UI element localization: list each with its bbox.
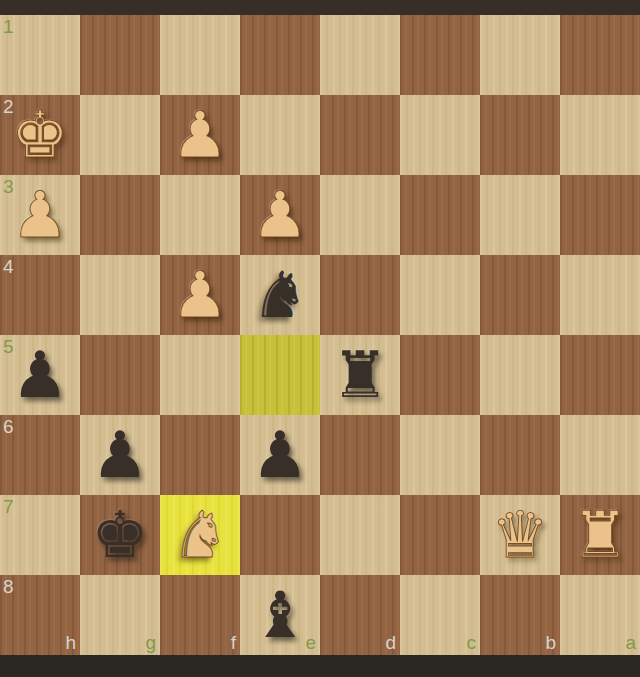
square-a4[interactable] <box>560 255 640 335</box>
square-c3[interactable] <box>400 175 480 255</box>
square-b6[interactable] <box>480 415 560 495</box>
square-c7[interactable] <box>400 495 480 575</box>
square-e3[interactable]: ♟ <box>240 175 320 255</box>
square-e7[interactable] <box>240 495 320 575</box>
square-e5[interactable] <box>240 335 320 415</box>
square-c6[interactable] <box>400 415 480 495</box>
square-a7[interactable]: ♜ <box>560 495 640 575</box>
square-h3[interactable]: 3♟ <box>0 175 80 255</box>
black-pawn-h5[interactable]: ♟ <box>0 335 80 415</box>
square-f2[interactable]: ♟ <box>160 95 240 175</box>
white-king-h2[interactable]: ♚ <box>0 95 80 175</box>
black-king-g7[interactable]: ♚ <box>80 495 160 575</box>
white-knight-f7[interactable]: ♞ <box>160 495 240 575</box>
square-b1[interactable] <box>480 15 560 95</box>
white-pawn-f2[interactable]: ♟ <box>160 95 240 175</box>
square-b2[interactable] <box>480 95 560 175</box>
square-h5[interactable]: 5♟ <box>0 335 80 415</box>
rank-label-7: 7 <box>3 497 14 516</box>
black-pawn-e6[interactable]: ♟ <box>240 415 320 495</box>
square-a1[interactable] <box>560 15 640 95</box>
square-c1[interactable] <box>400 15 480 95</box>
file-label-g: g <box>145 633 156 652</box>
square-b5[interactable] <box>480 335 560 415</box>
square-d3[interactable] <box>320 175 400 255</box>
square-g2[interactable] <box>80 95 160 175</box>
file-label-d: d <box>385 633 396 652</box>
square-g3[interactable] <box>80 175 160 255</box>
square-g8[interactable]: g <box>80 575 160 655</box>
square-f8[interactable]: f <box>160 575 240 655</box>
square-f7[interactable]: ♞ <box>160 495 240 575</box>
white-queen-b7[interactable]: ♛ <box>480 495 560 575</box>
file-label-a: a <box>625 633 636 652</box>
square-a6[interactable] <box>560 415 640 495</box>
file-label-b: b <box>545 633 556 652</box>
square-g6[interactable]: ♟ <box>80 415 160 495</box>
file-label-f: f <box>231 633 236 652</box>
file-label-c: c <box>467 633 477 652</box>
square-c8[interactable]: c <box>400 575 480 655</box>
square-f1[interactable] <box>160 15 240 95</box>
square-h2[interactable]: 2♚ <box>0 95 80 175</box>
square-g4[interactable] <box>80 255 160 335</box>
square-f5[interactable] <box>160 335 240 415</box>
square-e1[interactable] <box>240 15 320 95</box>
square-b4[interactable] <box>480 255 560 335</box>
chess-board[interactable]: 12♚♟3♟♟4♟♞5♟♜6♟♟7♚♞♛♜8hgfe♝dcba <box>0 15 640 655</box>
square-e8[interactable]: e♝ <box>240 575 320 655</box>
black-knight-e4[interactable]: ♞ <box>240 255 320 335</box>
square-d8[interactable]: d <box>320 575 400 655</box>
square-d2[interactable] <box>320 95 400 175</box>
square-c2[interactable] <box>400 95 480 175</box>
square-a2[interactable] <box>560 95 640 175</box>
file-label-h: h <box>65 633 76 652</box>
rank-label-8: 8 <box>3 577 14 596</box>
square-f3[interactable] <box>160 175 240 255</box>
square-a3[interactable] <box>560 175 640 255</box>
rank-label-4: 4 <box>3 257 14 276</box>
square-c5[interactable] <box>400 335 480 415</box>
white-pawn-e3[interactable]: ♟ <box>240 175 320 255</box>
status-bar-top <box>0 0 640 15</box>
square-g5[interactable] <box>80 335 160 415</box>
square-b8[interactable]: b <box>480 575 560 655</box>
square-c4[interactable] <box>400 255 480 335</box>
square-f4[interactable]: ♟ <box>160 255 240 335</box>
square-d6[interactable] <box>320 415 400 495</box>
square-f6[interactable] <box>160 415 240 495</box>
square-e4[interactable]: ♞ <box>240 255 320 335</box>
black-bishop-e8[interactable]: ♝ <box>240 575 320 655</box>
square-b3[interactable] <box>480 175 560 255</box>
square-h6[interactable]: 6 <box>0 415 80 495</box>
square-d5[interactable]: ♜ <box>320 335 400 415</box>
chess-app-screen: 12♚♟3♟♟4♟♞5♟♜6♟♟7♚♞♛♜8hgfe♝dcba <box>0 0 640 677</box>
square-d4[interactable] <box>320 255 400 335</box>
square-g7[interactable]: ♚ <box>80 495 160 575</box>
square-b7[interactable]: ♛ <box>480 495 560 575</box>
square-d1[interactable] <box>320 15 400 95</box>
square-h8[interactable]: 8h <box>0 575 80 655</box>
white-rook-a7[interactable]: ♜ <box>560 495 640 575</box>
rank-label-1: 1 <box>3 17 14 36</box>
rank-label-6: 6 <box>3 417 14 436</box>
square-h7[interactable]: 7 <box>0 495 80 575</box>
square-d7[interactable] <box>320 495 400 575</box>
square-h4[interactable]: 4 <box>0 255 80 335</box>
square-g1[interactable] <box>80 15 160 95</box>
black-pawn-g6[interactable]: ♟ <box>80 415 160 495</box>
white-pawn-f4[interactable]: ♟ <box>160 255 240 335</box>
square-a5[interactable] <box>560 335 640 415</box>
white-pawn-h3[interactable]: ♟ <box>0 175 80 255</box>
square-e2[interactable] <box>240 95 320 175</box>
status-bar-bottom <box>0 655 640 677</box>
square-a8[interactable]: a <box>560 575 640 655</box>
square-e6[interactable]: ♟ <box>240 415 320 495</box>
black-rook-d5[interactable]: ♜ <box>320 335 400 415</box>
square-h1[interactable]: 1 <box>0 15 80 95</box>
